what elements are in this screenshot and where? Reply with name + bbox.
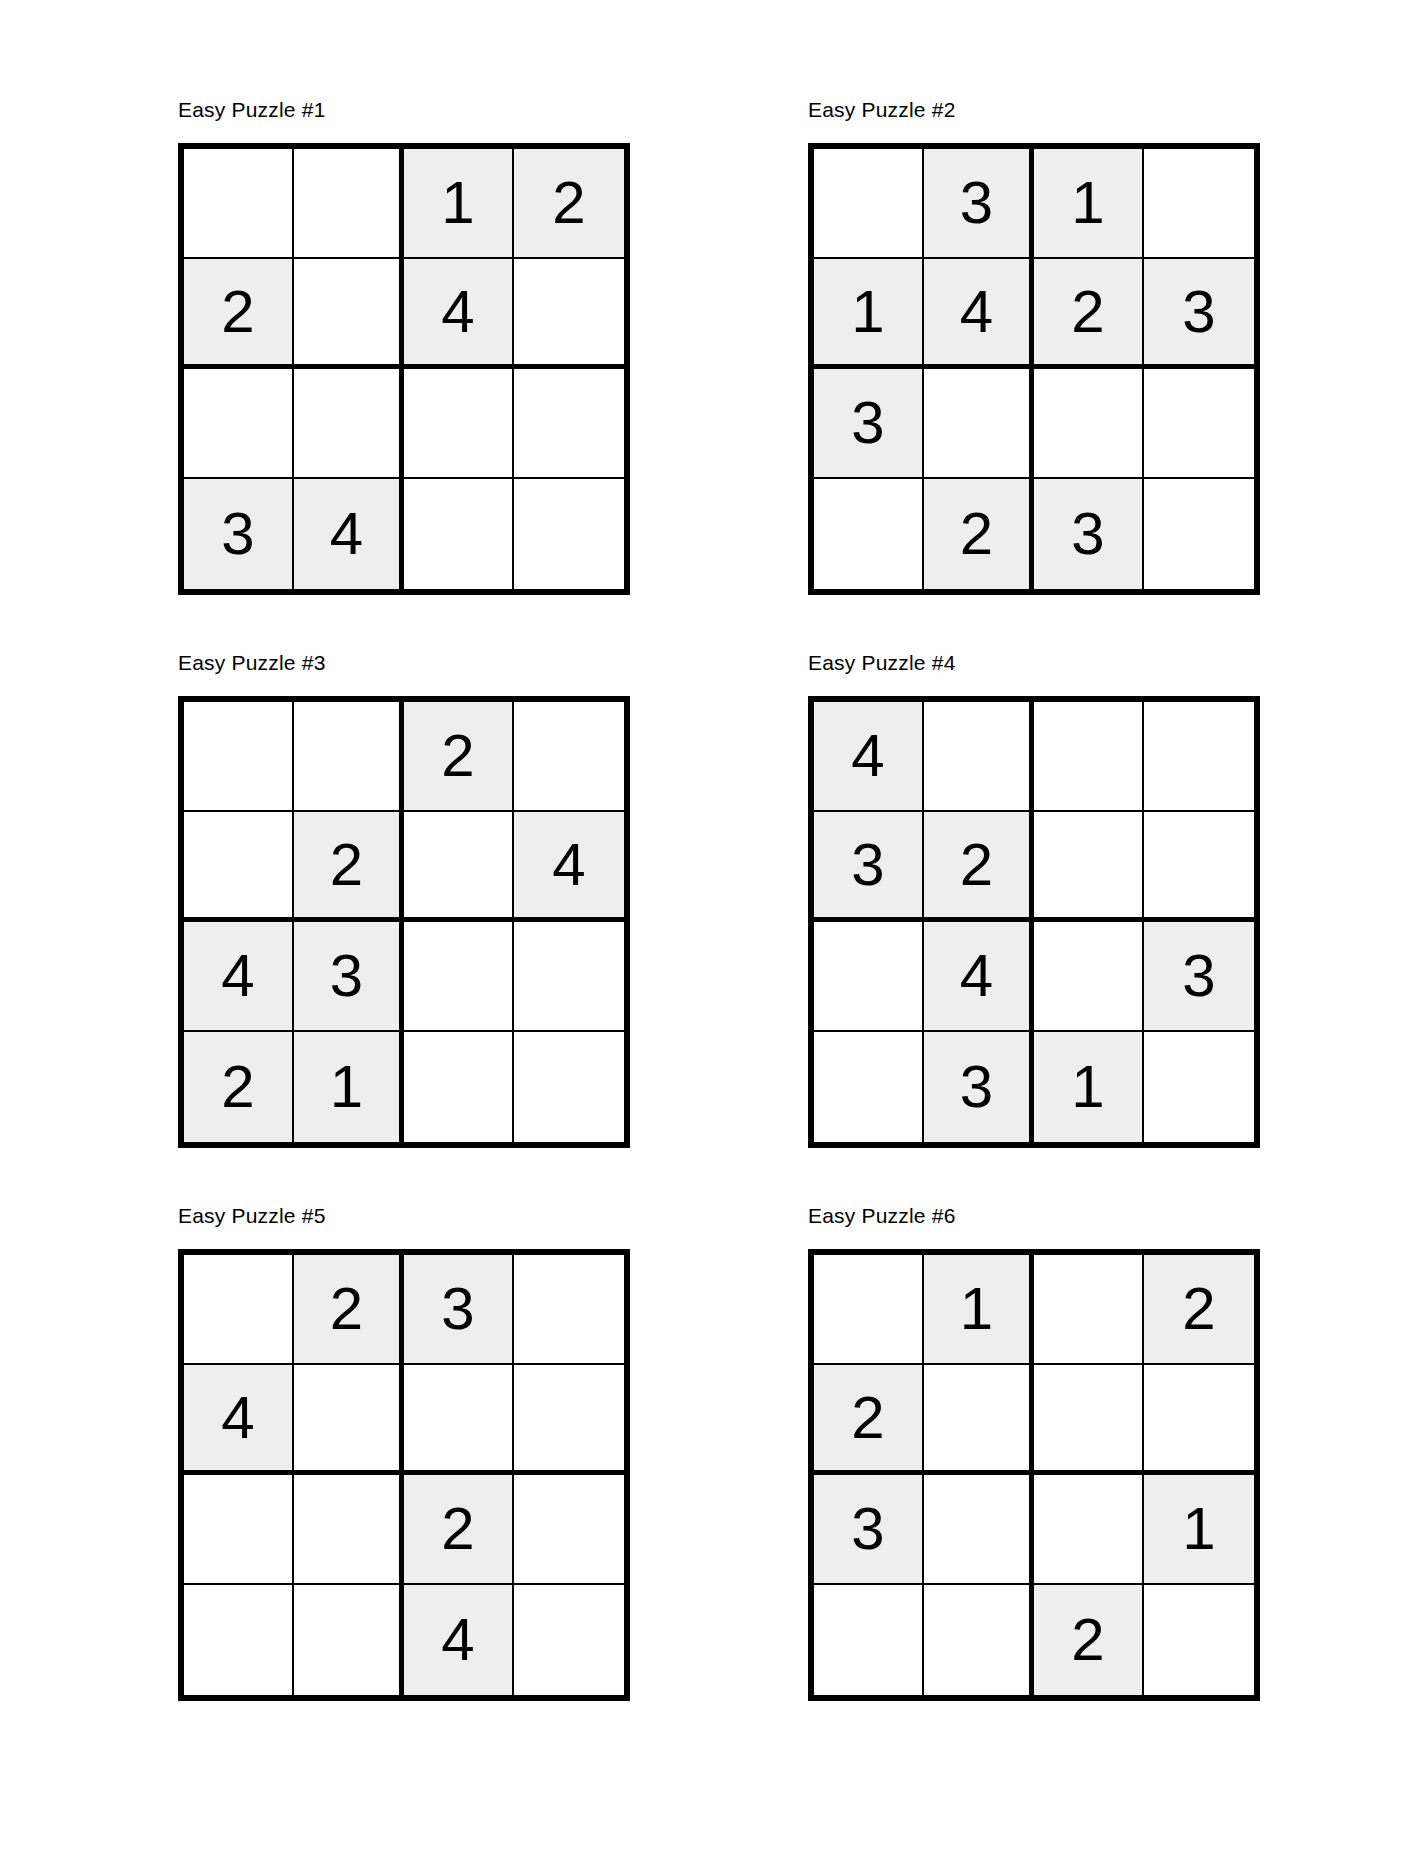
puzzle-6-cell-r4c2[interactable] (924, 1585, 1034, 1695)
puzzle-2-cell-r4c2: 2 (924, 479, 1034, 589)
puzzle-1-cell-r1c3: 1 (404, 149, 514, 259)
puzzle-4-cell-r1c1: 4 (814, 702, 924, 812)
puzzle-6-cell-r2c2[interactable] (924, 1365, 1034, 1475)
puzzle-3-cell-r3c1: 4 (184, 922, 294, 1032)
puzzle-2-cell-r1c2: 3 (924, 149, 1034, 259)
puzzle-1-cell-r3c2[interactable] (294, 369, 404, 479)
puzzle-3-cell-r3c2: 3 (294, 922, 404, 1032)
puzzle-5-cell-r3c2[interactable] (294, 1475, 404, 1585)
puzzle-3-cell-r2c4: 4 (514, 812, 624, 922)
puzzle-4-cell-r3c2: 4 (924, 922, 1034, 1032)
puzzle-3-cell-r2c3[interactable] (404, 812, 514, 922)
puzzle-5-cell-r4c3: 4 (404, 1585, 514, 1695)
puzzle-5-cell-r3c3: 2 (404, 1475, 514, 1585)
puzzle-5: Easy Puzzle #5 23424 (178, 1202, 630, 1701)
puzzle-5-board: 23424 (178, 1249, 630, 1701)
puzzle-4-cell-r1c4[interactable] (1144, 702, 1254, 812)
puzzle-layout: Easy Puzzle #1 122434 Easy Puzzle #2 311… (178, 96, 1428, 1701)
puzzle-1-board: 122434 (178, 143, 630, 595)
puzzle-1-cell-r2c4[interactable] (514, 259, 624, 369)
puzzle-1-cell-r1c1[interactable] (184, 149, 294, 259)
puzzle-6-cell-r3c2[interactable] (924, 1475, 1034, 1585)
puzzle-4: Easy Puzzle #4 4324331 (808, 649, 1260, 1148)
puzzle-3-cell-r1c3: 2 (404, 702, 514, 812)
puzzle-5-cell-r3c1[interactable] (184, 1475, 294, 1585)
puzzle-3-cell-r1c2[interactable] (294, 702, 404, 812)
puzzle-6-cell-r4c4[interactable] (1144, 1585, 1254, 1695)
puzzle-2-cell-r2c2: 4 (924, 259, 1034, 369)
puzzle-6-cell-r3c4: 1 (1144, 1475, 1254, 1585)
puzzle-3-title: Easy Puzzle #3 (178, 649, 630, 677)
puzzle-5-cell-r4c2[interactable] (294, 1585, 404, 1695)
puzzle-3-cell-r1c4[interactable] (514, 702, 624, 812)
puzzle-4-cell-r2c4[interactable] (1144, 812, 1254, 922)
worksheet-page: Easy Puzzle #1 122434 Easy Puzzle #2 311… (0, 0, 1428, 1849)
puzzle-2-cell-r1c3: 1 (1034, 149, 1144, 259)
puzzle-2-cell-r1c4[interactable] (1144, 149, 1254, 259)
puzzle-1-cell-r4c4[interactable] (514, 479, 624, 589)
puzzle-6-title: Easy Puzzle #6 (808, 1202, 1260, 1230)
puzzle-5-title: Easy Puzzle #5 (178, 1202, 630, 1230)
puzzle-3: Easy Puzzle #3 2244321 (178, 649, 630, 1148)
puzzle-6-cell-r1c4: 2 (1144, 1255, 1254, 1365)
puzzle-2-cell-r1c1[interactable] (814, 149, 924, 259)
puzzle-4-cell-r2c1: 3 (814, 812, 924, 922)
puzzle-5-cell-r1c3: 3 (404, 1255, 514, 1365)
puzzle-5-cell-r1c2: 2 (294, 1255, 404, 1365)
puzzle-4-cell-r4c3: 1 (1034, 1032, 1144, 1142)
puzzle-2-cell-r2c4: 3 (1144, 259, 1254, 369)
puzzle-1-cell-r1c4: 2 (514, 149, 624, 259)
puzzle-5-cell-r2c4[interactable] (514, 1365, 624, 1475)
puzzle-3-cell-r3c3[interactable] (404, 922, 514, 1032)
puzzle-2-cell-r4c3: 3 (1034, 479, 1144, 589)
puzzle-4-cell-r4c4[interactable] (1144, 1032, 1254, 1142)
puzzle-6-cell-r3c3[interactable] (1034, 1475, 1144, 1585)
puzzle-5-cell-r2c1: 4 (184, 1365, 294, 1475)
puzzle-1-cell-r2c1: 2 (184, 259, 294, 369)
puzzle-2-cell-r3c3[interactable] (1034, 369, 1144, 479)
puzzle-3-cell-r4c3[interactable] (404, 1032, 514, 1142)
puzzle-1-cell-r3c4[interactable] (514, 369, 624, 479)
puzzle-4-title: Easy Puzzle #4 (808, 649, 1260, 677)
puzzle-6: Easy Puzzle #6 122312 (808, 1202, 1260, 1701)
puzzle-5-cell-r1c4[interactable] (514, 1255, 624, 1365)
puzzle-5-cell-r4c4[interactable] (514, 1585, 624, 1695)
puzzle-4-cell-r1c2[interactable] (924, 702, 1034, 812)
puzzle-5-cell-r3c4[interactable] (514, 1475, 624, 1585)
puzzle-2-cell-r3c4[interactable] (1144, 369, 1254, 479)
puzzle-4-cell-r2c2: 2 (924, 812, 1034, 922)
puzzle-3-cell-r4c2: 1 (294, 1032, 404, 1142)
puzzle-4-cell-r4c1[interactable] (814, 1032, 924, 1142)
puzzle-3-board: 2244321 (178, 696, 630, 1148)
puzzle-4-cell-r3c1[interactable] (814, 922, 924, 1032)
puzzle-6-cell-r4c1[interactable] (814, 1585, 924, 1695)
puzzle-1-cell-r4c2: 4 (294, 479, 404, 589)
puzzle-6-cell-r4c3: 2 (1034, 1585, 1144, 1695)
puzzle-5-cell-r2c2[interactable] (294, 1365, 404, 1475)
puzzle-1-title: Easy Puzzle #1 (178, 96, 630, 124)
puzzle-6-cell-r3c1: 3 (814, 1475, 924, 1585)
puzzle-3-cell-r4c4[interactable] (514, 1032, 624, 1142)
puzzle-1-cell-r3c1[interactable] (184, 369, 294, 479)
puzzle-5-cell-r2c3[interactable] (404, 1365, 514, 1475)
puzzle-4-cell-r4c2: 3 (924, 1032, 1034, 1142)
puzzle-6-cell-r2c1: 2 (814, 1365, 924, 1475)
puzzle-3-cell-r2c1[interactable] (184, 812, 294, 922)
puzzle-1-cell-r1c2[interactable] (294, 149, 404, 259)
puzzle-3-cell-r3c4[interactable] (514, 922, 624, 1032)
puzzle-4-cell-r3c4: 3 (1144, 922, 1254, 1032)
puzzle-5-cell-r4c1[interactable] (184, 1585, 294, 1695)
puzzle-2-cell-r4c4[interactable] (1144, 479, 1254, 589)
puzzle-2-cell-r4c1[interactable] (814, 479, 924, 589)
puzzle-1-cell-r4c3[interactable] (404, 479, 514, 589)
puzzle-6-cell-r1c1[interactable] (814, 1255, 924, 1365)
puzzle-3-cell-r4c1: 2 (184, 1032, 294, 1142)
puzzle-1: Easy Puzzle #1 122434 (178, 96, 630, 595)
puzzle-4-board: 4324331 (808, 696, 1260, 1148)
puzzle-2-cell-r3c2[interactable] (924, 369, 1034, 479)
puzzle-4-cell-r3c3[interactable] (1034, 922, 1144, 1032)
puzzle-2-cell-r3c1: 3 (814, 369, 924, 479)
puzzle-6-cell-r1c3[interactable] (1034, 1255, 1144, 1365)
puzzle-6-cell-r2c3[interactable] (1034, 1365, 1144, 1475)
puzzle-2-board: 311423323 (808, 143, 1260, 595)
puzzle-2: Easy Puzzle #2 311423323 (808, 96, 1260, 595)
puzzle-1-cell-r4c1: 3 (184, 479, 294, 589)
puzzle-2-cell-r2c3: 2 (1034, 259, 1144, 369)
puzzle-2-cell-r2c1: 1 (814, 259, 924, 369)
puzzle-6-cell-r2c4[interactable] (1144, 1365, 1254, 1475)
puzzle-1-cell-r2c2[interactable] (294, 259, 404, 369)
puzzle-6-cell-r1c2: 1 (924, 1255, 1034, 1365)
puzzle-6-board: 122312 (808, 1249, 1260, 1701)
puzzle-1-cell-r2c3: 4 (404, 259, 514, 369)
puzzle-3-cell-r2c2: 2 (294, 812, 404, 922)
puzzle-2-title: Easy Puzzle #2 (808, 96, 1260, 124)
puzzle-4-cell-r1c3[interactable] (1034, 702, 1144, 812)
puzzle-1-cell-r3c3[interactable] (404, 369, 514, 479)
puzzle-4-cell-r2c3[interactable] (1034, 812, 1144, 922)
puzzle-3-cell-r1c1[interactable] (184, 702, 294, 812)
puzzle-5-cell-r1c1[interactable] (184, 1255, 294, 1365)
